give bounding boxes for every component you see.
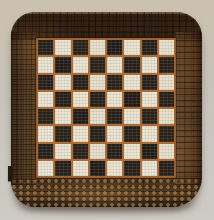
square-c8[interactable]: [73, 40, 88, 55]
square-h8[interactable]: [159, 40, 174, 55]
square-e6[interactable]: [107, 75, 122, 90]
case-frame-left: [11, 32, 36, 185]
square-h1[interactable]: [159, 161, 174, 176]
square-b7[interactable]: [55, 57, 70, 72]
chess-case: [11, 12, 202, 207]
square-f6[interactable]: [124, 75, 139, 90]
square-g4[interactable]: [142, 109, 157, 124]
square-f2[interactable]: [124, 144, 139, 159]
square-h6[interactable]: [159, 75, 174, 90]
square-c2[interactable]: [73, 144, 88, 159]
square-d3[interactable]: [90, 126, 105, 141]
square-e5[interactable]: [107, 92, 122, 107]
square-g7[interactable]: [142, 57, 157, 72]
square-f5[interactable]: [124, 92, 139, 107]
case-frame-bottom: [11, 178, 202, 207]
square-d7[interactable]: [90, 57, 105, 72]
square-b1[interactable]: [55, 161, 70, 176]
square-f8[interactable]: [124, 40, 139, 55]
square-a4[interactable]: [38, 109, 53, 124]
square-g8[interactable]: [142, 40, 157, 55]
case-clasp-icon: [8, 166, 13, 181]
square-f1[interactable]: [124, 161, 139, 176]
square-a8[interactable]: [38, 40, 53, 55]
square-d2[interactable]: [90, 144, 105, 159]
square-d8[interactable]: [90, 40, 105, 55]
square-e3[interactable]: [107, 126, 122, 141]
square-d1[interactable]: [90, 161, 105, 176]
square-c6[interactable]: [73, 75, 88, 90]
photo-background: [0, 0, 214, 220]
square-f7[interactable]: [124, 57, 139, 72]
square-b3[interactable]: [55, 126, 70, 141]
square-c4[interactable]: [73, 109, 88, 124]
square-h7[interactable]: [159, 57, 174, 72]
square-a2[interactable]: [38, 144, 53, 159]
square-e4[interactable]: [107, 109, 122, 124]
square-c1[interactable]: [73, 161, 88, 176]
square-c7[interactable]: [73, 57, 88, 72]
square-g1[interactable]: [142, 161, 157, 176]
square-a5[interactable]: [38, 92, 53, 107]
square-g5[interactable]: [142, 92, 157, 107]
square-f4[interactable]: [124, 109, 139, 124]
square-e8[interactable]: [107, 40, 122, 55]
square-a6[interactable]: [38, 75, 53, 90]
chess-board: [36, 38, 176, 178]
square-b4[interactable]: [55, 109, 70, 124]
square-b5[interactable]: [55, 92, 70, 107]
square-e1[interactable]: [107, 161, 122, 176]
square-g3[interactable]: [142, 126, 157, 141]
case-frame-top: [11, 12, 202, 39]
square-d5[interactable]: [90, 92, 105, 107]
square-b6[interactable]: [55, 75, 70, 90]
square-h3[interactable]: [159, 126, 174, 141]
square-b8[interactable]: [55, 40, 70, 55]
square-g2[interactable]: [142, 144, 157, 159]
square-c3[interactable]: [73, 126, 88, 141]
square-a7[interactable]: [38, 57, 53, 72]
square-d6[interactable]: [90, 75, 105, 90]
square-a1[interactable]: [38, 161, 53, 176]
square-f3[interactable]: [124, 126, 139, 141]
square-a3[interactable]: [38, 126, 53, 141]
square-b2[interactable]: [55, 144, 70, 159]
square-h4[interactable]: [159, 109, 174, 124]
square-h5[interactable]: [159, 92, 174, 107]
square-h2[interactable]: [159, 144, 174, 159]
square-e7[interactable]: [107, 57, 122, 72]
case-frame-right: [175, 32, 202, 185]
square-d4[interactable]: [90, 109, 105, 124]
square-c5[interactable]: [73, 92, 88, 107]
square-g6[interactable]: [142, 75, 157, 90]
square-e2[interactable]: [107, 144, 122, 159]
